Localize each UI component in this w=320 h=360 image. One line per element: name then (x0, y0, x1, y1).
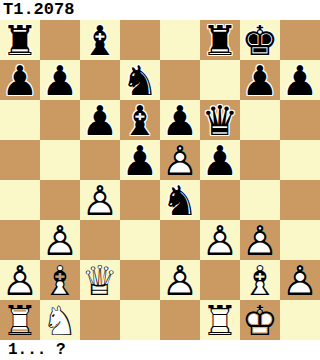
square-b8[interactable] (40, 20, 80, 60)
square-c1[interactable] (80, 300, 120, 340)
square-e2[interactable]: ♟♙ (160, 260, 200, 300)
black-queen[interactable]: ♛ (200, 100, 240, 140)
square-d3[interactable] (120, 220, 160, 260)
square-h5[interactable] (280, 140, 320, 180)
square-f1[interactable]: ♜♖ (200, 300, 240, 340)
black-bishop[interactable]: ♝ (120, 100, 160, 140)
piece-outline: ♔ (240, 300, 280, 340)
piece-outline: ♗ (40, 260, 80, 300)
square-d2[interactable] (120, 260, 160, 300)
square-c7[interactable] (80, 60, 120, 100)
white-king[interactable]: ♚♔ (240, 300, 280, 340)
square-c4[interactable]: ♟♙ (80, 180, 120, 220)
white-pawn[interactable]: ♟♙ (160, 260, 200, 300)
piece-outline: ♙ (40, 220, 80, 260)
black-knight[interactable]: ♞ (160, 180, 200, 220)
square-b5[interactable] (40, 140, 80, 180)
square-d5[interactable]: ♟ (120, 140, 160, 180)
white-pawn[interactable]: ♟♙ (280, 260, 320, 300)
square-a5[interactable] (0, 140, 40, 180)
black-pawn[interactable]: ♟ (0, 60, 40, 100)
white-pawn[interactable]: ♟♙ (200, 220, 240, 260)
black-pawn[interactable]: ♟ (160, 100, 200, 140)
square-h7[interactable]: ♟ (280, 60, 320, 100)
square-g3[interactable]: ♟♙ (240, 220, 280, 260)
square-g7[interactable]: ♟ (240, 60, 280, 100)
square-a8[interactable]: ♜ (0, 20, 40, 60)
white-pawn[interactable]: ♟♙ (160, 140, 200, 180)
piece-outline: ♙ (200, 220, 240, 260)
black-king[interactable]: ♚ (240, 20, 280, 60)
piece-outline: ♙ (240, 220, 280, 260)
square-a2[interactable]: ♟♙ (0, 260, 40, 300)
square-f6[interactable]: ♛ (200, 100, 240, 140)
square-b2[interactable]: ♝♗ (40, 260, 80, 300)
square-f7[interactable] (200, 60, 240, 100)
white-pawn[interactable]: ♟♙ (80, 180, 120, 220)
square-d7[interactable]: ♞ (120, 60, 160, 100)
piece-outline: ♙ (0, 260, 40, 300)
square-h8[interactable] (280, 20, 320, 60)
piece-outline: ♙ (280, 260, 320, 300)
square-b1[interactable]: ♞♘ (40, 300, 80, 340)
piece-outline: ♖ (200, 300, 240, 340)
square-e8[interactable] (160, 20, 200, 60)
square-f3[interactable]: ♟♙ (200, 220, 240, 260)
square-b4[interactable] (40, 180, 80, 220)
white-rook[interactable]: ♜♖ (0, 300, 40, 340)
square-e3[interactable] (160, 220, 200, 260)
square-g2[interactable]: ♝♗ (240, 260, 280, 300)
piece-outline: ♙ (160, 140, 200, 180)
square-d1[interactable] (120, 300, 160, 340)
square-f4[interactable] (200, 180, 240, 220)
piece-outline: ♗ (240, 260, 280, 300)
white-pawn[interactable]: ♟♙ (0, 260, 40, 300)
square-h4[interactable] (280, 180, 320, 220)
square-g6[interactable] (240, 100, 280, 140)
square-h2[interactable]: ♟♙ (280, 260, 320, 300)
white-rook[interactable]: ♜♖ (200, 300, 240, 340)
square-a3[interactable] (0, 220, 40, 260)
white-bishop[interactable]: ♝♗ (240, 260, 280, 300)
black-knight[interactable]: ♞ (120, 60, 160, 100)
black-rook[interactable]: ♜ (200, 20, 240, 60)
square-g4[interactable] (240, 180, 280, 220)
square-f5[interactable]: ♟ (200, 140, 240, 180)
square-b3[interactable]: ♟♙ (40, 220, 80, 260)
black-pawn[interactable]: ♟ (280, 60, 320, 100)
square-b6[interactable] (40, 100, 80, 140)
square-c3[interactable] (80, 220, 120, 260)
black-pawn[interactable]: ♟ (120, 140, 160, 180)
square-g8[interactable]: ♚ (240, 20, 280, 60)
black-bishop[interactable]: ♝ (80, 20, 120, 60)
square-c2[interactable]: ♛♕ (80, 260, 120, 300)
square-a7[interactable]: ♟ (0, 60, 40, 100)
square-d6[interactable]: ♝ (120, 100, 160, 140)
square-c6[interactable]: ♟ (80, 100, 120, 140)
square-f2[interactable] (200, 260, 240, 300)
square-d4[interactable] (120, 180, 160, 220)
black-pawn[interactable]: ♟ (40, 60, 80, 100)
black-rook[interactable]: ♜ (0, 20, 40, 60)
white-pawn[interactable]: ♟♙ (40, 220, 80, 260)
chess-board[interactable]: ♜♝♜♚♟♟♞♟♟♟♝♟♛♟♟♙♟♟♙♞♟♙♟♙♟♙♟♙♝♗♛♕♟♙♝♗♟♙♜♖… (0, 20, 320, 340)
black-pawn[interactable]: ♟ (240, 60, 280, 100)
square-e4[interactable]: ♞ (160, 180, 200, 220)
square-a1[interactable]: ♜♖ (0, 300, 40, 340)
chess-trainer-window: T1.2078 ♜♝♜♚♟♟♞♟♟♟♝♟♛♟♟♙♟♟♙♞♟♙♟♙♟♙♟♙♝♗♛♕… (0, 0, 320, 360)
black-pawn[interactable]: ♟ (200, 140, 240, 180)
square-h6[interactable] (280, 100, 320, 140)
piece-outline: ♕ (80, 260, 120, 300)
piece-outline: ♙ (80, 180, 120, 220)
square-h1[interactable] (280, 300, 320, 340)
square-c8[interactable]: ♝ (80, 20, 120, 60)
square-e7[interactable] (160, 60, 200, 100)
white-bishop[interactable]: ♝♗ (40, 260, 80, 300)
white-pawn[interactable]: ♟♙ (240, 220, 280, 260)
square-d8[interactable] (120, 20, 160, 60)
square-e6[interactable]: ♟ (160, 100, 200, 140)
white-queen[interactable]: ♛♕ (80, 260, 120, 300)
square-g1[interactable]: ♚♔ (240, 300, 280, 340)
piece-outline: ♖ (0, 300, 40, 340)
square-b7[interactable]: ♟ (40, 60, 80, 100)
piece-outline: ♘ (40, 300, 80, 340)
piece-outline: ♙ (160, 260, 200, 300)
white-knight[interactable]: ♞♘ (40, 300, 80, 340)
square-a4[interactable] (0, 180, 40, 220)
black-pawn[interactable]: ♟ (80, 100, 120, 140)
square-a6[interactable] (0, 100, 40, 140)
square-e5[interactable]: ♟♙ (160, 140, 200, 180)
square-g5[interactable] (240, 140, 280, 180)
square-e1[interactable] (160, 300, 200, 340)
square-c5[interactable] (80, 140, 120, 180)
square-f8[interactable]: ♜ (200, 20, 240, 60)
square-h3[interactable] (280, 220, 320, 260)
